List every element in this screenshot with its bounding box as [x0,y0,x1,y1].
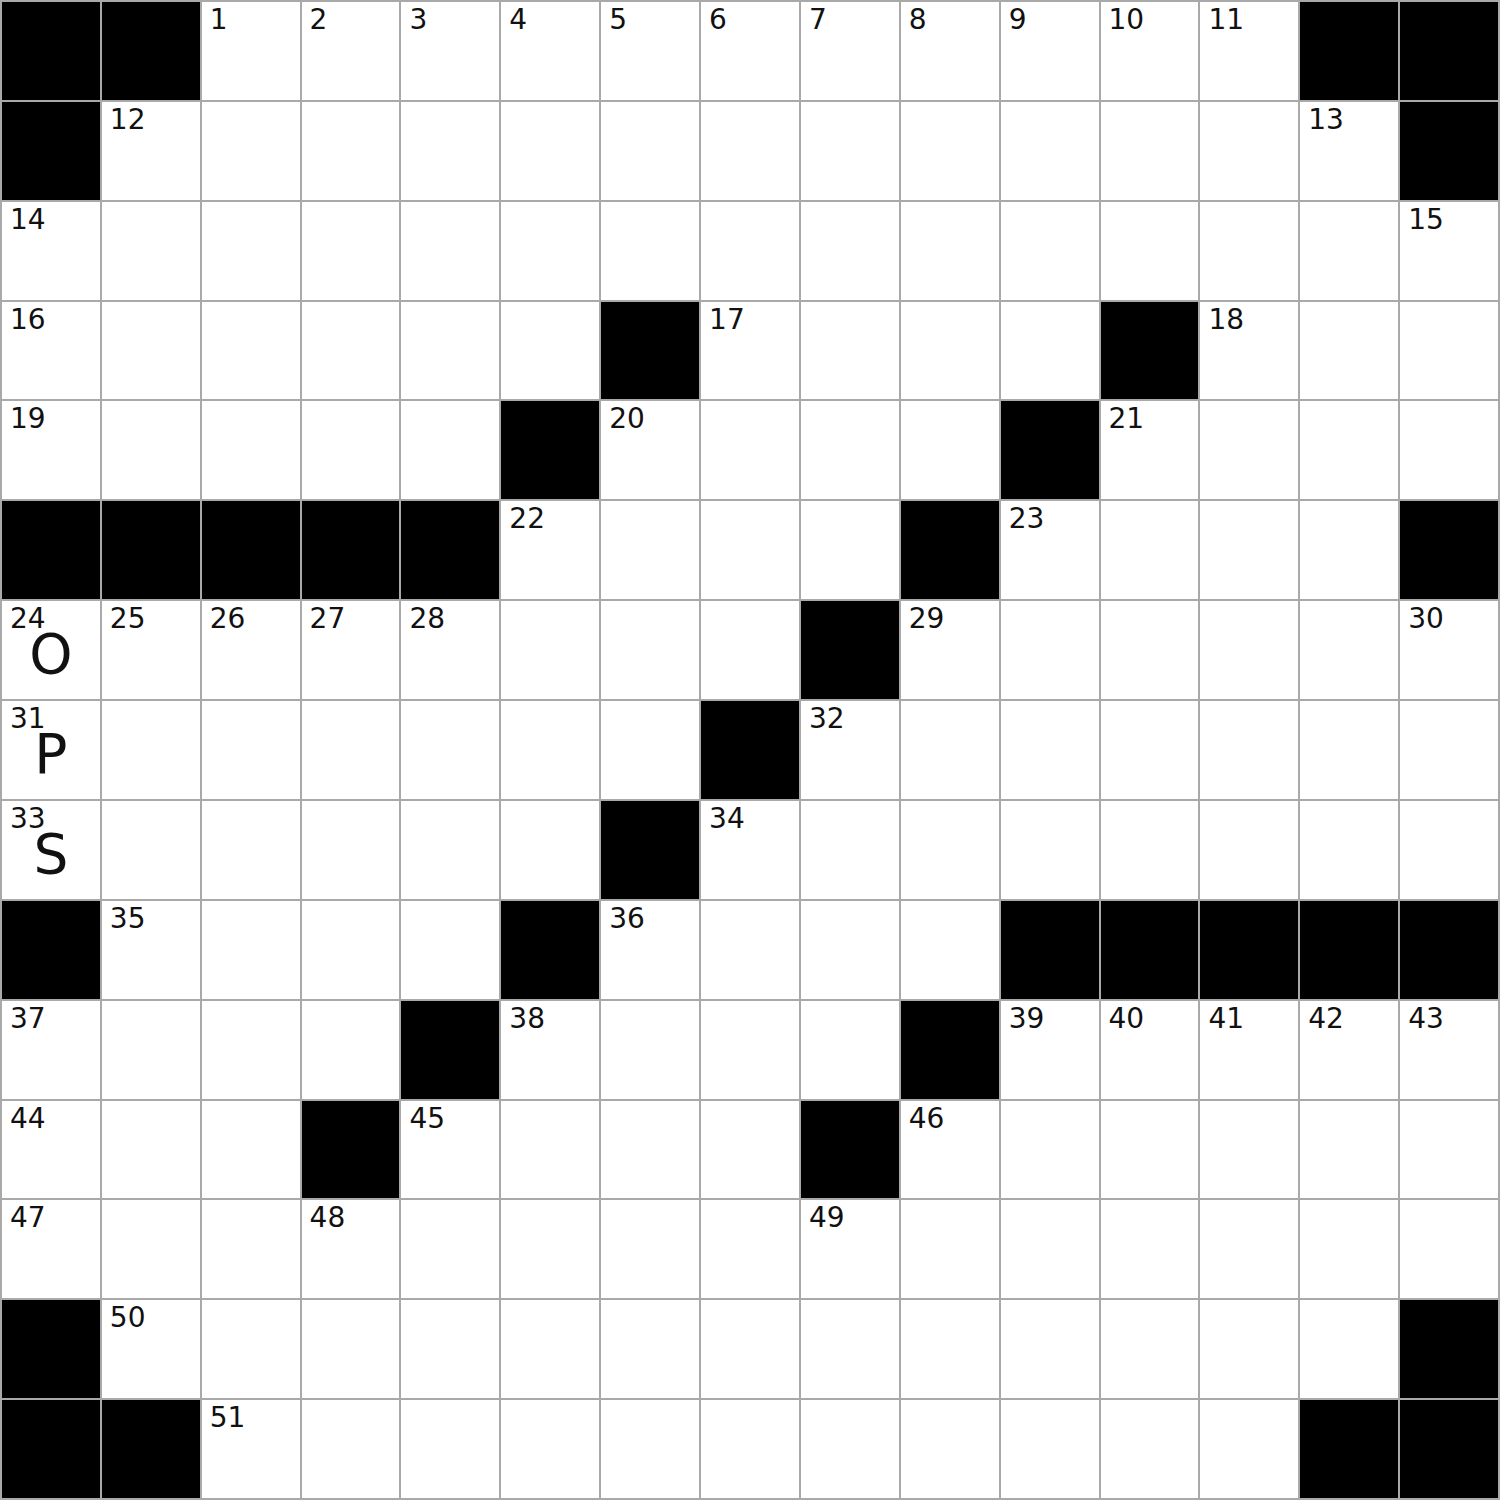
cell-r2c2[interactable] [202,202,300,300]
cell-r4c14[interactable] [1400,401,1498,499]
clue-number: 12 [110,105,146,136]
cell-r13c4[interactable] [401,1300,499,1398]
cell-r3c1[interactable] [102,302,200,400]
block-cell-r9c14 [1400,901,1498,999]
cell-r8c10[interactable] [1001,801,1099,899]
block-cell-r9c11 [1101,901,1199,999]
cell-r7c1[interactable] [102,701,200,799]
cell-r6c1[interactable]: 25 [102,601,200,699]
cell-r10c1[interactable] [102,1001,200,1099]
block-cell-r11c8 [801,1101,899,1199]
cell-r14c4[interactable] [401,1400,499,1498]
cell-r7c6[interactable] [601,701,699,799]
cell-r6c3[interactable]: 27 [302,601,400,699]
cell-r12c2[interactable] [202,1200,300,1298]
cell-r4c13[interactable] [1300,401,1398,499]
cell-r6c12[interactable] [1200,601,1298,699]
cell-r7c0[interactable]: 31P [2,701,100,799]
cell-r14c8[interactable] [801,1400,899,1498]
cell-r13c9[interactable] [901,1300,999,1398]
cell-r8c12[interactable] [1200,801,1298,899]
cell-r11c13[interactable] [1300,1101,1398,1199]
cell-r6c9[interactable]: 29 [901,601,999,699]
cell-r3c0[interactable]: 16 [2,302,100,400]
cell-r2c6[interactable] [601,202,699,300]
clue-number: 46 [909,1104,945,1135]
cell-r4c7[interactable] [701,401,799,499]
filled-letter: S [2,801,100,899]
cell-r8c3[interactable] [302,801,400,899]
block-cell-r5c0 [2,501,100,599]
cell-r12c11[interactable] [1101,1200,1199,1298]
cell-r10c13[interactable]: 42 [1300,1001,1398,1099]
clue-number: 30 [1408,604,1444,635]
cell-r12c13[interactable] [1300,1200,1398,1298]
clue-number: 1 [210,5,228,36]
block-cell-r11c3 [302,1101,400,1199]
cell-r2c0[interactable]: 14 [2,202,100,300]
cell-r1c10[interactable] [1001,102,1099,200]
cell-r6c0[interactable]: 24O [2,601,100,699]
cell-r6c4[interactable]: 28 [401,601,499,699]
clue-number: 29 [909,604,945,635]
cell-r2c3[interactable] [302,202,400,300]
cell-r8c0[interactable]: 33S [2,801,100,899]
block-cell-r1c14 [1400,102,1498,200]
block-cell-r7c7 [701,701,799,799]
block-cell-r8c6 [601,801,699,899]
cell-r13c12[interactable] [1200,1300,1298,1398]
cell-r12c7[interactable] [701,1200,799,1298]
block-cell-r10c9 [901,1001,999,1099]
clue-number: 9 [1009,5,1027,36]
cell-r0c8[interactable]: 7 [801,2,899,100]
crossword-grid-frame: 123456789101112131415161718192021222324O… [0,0,1500,1500]
cell-r2c1[interactable] [102,202,200,300]
cell-r5c8[interactable] [801,501,899,599]
cell-r10c8[interactable] [801,1001,899,1099]
cell-r12c14[interactable] [1400,1200,1498,1298]
cell-r13c7[interactable] [701,1300,799,1398]
cell-r11c9[interactable]: 46 [901,1101,999,1199]
cell-r4c3[interactable] [302,401,400,499]
cell-r14c2[interactable]: 51 [202,1400,300,1498]
clue-number: 6 [709,5,727,36]
clue-number: 41 [1208,1004,1244,1035]
cell-r8c4[interactable] [401,801,499,899]
cell-r10c12[interactable]: 41 [1200,1001,1298,1099]
cell-r6c2[interactable]: 26 [202,601,300,699]
clue-number: 27 [310,604,346,635]
cell-r1c12[interactable] [1200,102,1298,200]
filled-letter: P [2,701,100,799]
block-cell-r14c13 [1300,1400,1398,1498]
cell-r2c14[interactable]: 15 [1400,202,1498,300]
block-cell-r9c5 [501,901,599,999]
cell-r13c3[interactable] [302,1300,400,1398]
cell-r2c7[interactable] [701,202,799,300]
cell-r6c5[interactable] [501,601,599,699]
cell-r4c11[interactable]: 21 [1101,401,1199,499]
cell-r7c12[interactable] [1200,701,1298,799]
block-cell-r0c14 [1400,2,1498,100]
cell-r5c5[interactable]: 22 [501,501,599,599]
clue-number: 49 [809,1203,845,1234]
cell-r8c2[interactable] [202,801,300,899]
block-cell-r5c4 [401,501,499,599]
cell-r9c9[interactable] [901,901,999,999]
cell-r7c11[interactable] [1101,701,1199,799]
cell-r8c5[interactable] [501,801,599,899]
cell-r8c14[interactable] [1400,801,1498,899]
cell-r4c2[interactable] [202,401,300,499]
cell-r5c6[interactable] [601,501,699,599]
cell-r6c11[interactable] [1101,601,1199,699]
clue-number: 15 [1408,205,1444,236]
cell-r10c14[interactable]: 43 [1400,1001,1498,1099]
cell-r0c4[interactable]: 3 [401,2,499,100]
cell-r0c5[interactable]: 4 [501,2,599,100]
cell-r4c1[interactable] [102,401,200,499]
clue-number: 34 [709,804,745,835]
cell-r11c4[interactable]: 45 [401,1101,499,1199]
cell-r13c6[interactable] [601,1300,699,1398]
clue-number: 14 [10,205,46,236]
block-cell-r3c11 [1101,302,1199,400]
cell-r11c14[interactable] [1400,1101,1498,1199]
cell-r11c5[interactable] [501,1101,599,1199]
cell-r9c2[interactable] [202,901,300,999]
cell-r3c4[interactable] [401,302,499,400]
block-cell-r0c13 [1300,2,1398,100]
cell-r5c13[interactable] [1300,501,1398,599]
cell-r0c10[interactable]: 9 [1001,2,1099,100]
cell-r10c2[interactable] [202,1001,300,1099]
cell-r13c10[interactable] [1001,1300,1099,1398]
cell-r10c0[interactable]: 37 [2,1001,100,1099]
cell-r11c6[interactable] [601,1101,699,1199]
cell-r14c9[interactable] [901,1400,999,1498]
cell-r3c13[interactable] [1300,302,1398,400]
crossword-board: 123456789101112131415161718192021222324O… [2,2,1498,1498]
cell-r3c2[interactable] [202,302,300,400]
clue-number: 26 [210,604,246,635]
cell-r2c11[interactable] [1101,202,1199,300]
block-cell-r9c0 [2,901,100,999]
clue-number: 21 [1109,404,1145,435]
cell-r1c9[interactable] [901,102,999,200]
cell-r11c7[interactable] [701,1101,799,1199]
cell-r0c12[interactable]: 11 [1200,2,1298,100]
cell-r5c12[interactable] [1200,501,1298,599]
cell-r7c3[interactable] [302,701,400,799]
block-cell-r14c1 [102,1400,200,1498]
cell-r0c6[interactable]: 5 [601,2,699,100]
clue-number: 13 [1308,105,1344,136]
block-cell-r5c9 [901,501,999,599]
cell-r0c7[interactable]: 6 [701,2,799,100]
cell-r6c6[interactable] [601,601,699,699]
cell-r0c11[interactable]: 10 [1101,2,1199,100]
block-cell-r10c4 [401,1001,499,1099]
cell-r4c6[interactable]: 20 [601,401,699,499]
cell-r8c11[interactable] [1101,801,1199,899]
cell-r6c10[interactable] [1001,601,1099,699]
cell-r2c5[interactable] [501,202,599,300]
cell-r11c0[interactable]: 44 [2,1101,100,1199]
block-cell-r5c3 [302,501,400,599]
cell-r11c2[interactable] [202,1101,300,1199]
cell-r6c13[interactable] [1300,601,1398,699]
cell-r1c7[interactable] [701,102,799,200]
cell-r14c3[interactable] [302,1400,400,1498]
cell-r0c9[interactable]: 8 [901,2,999,100]
cell-r11c10[interactable] [1001,1101,1099,1199]
cell-r12c3[interactable]: 48 [302,1200,400,1298]
cell-r10c7[interactable] [701,1001,799,1099]
cell-r1c3[interactable] [302,102,400,200]
cell-r1c5[interactable] [501,102,599,200]
cell-r4c4[interactable] [401,401,499,499]
cell-r8c13[interactable] [1300,801,1398,899]
cell-r11c11[interactable] [1101,1101,1199,1199]
clue-number: 19 [10,404,46,435]
cell-r12c9[interactable] [901,1200,999,1298]
cell-r1c1[interactable]: 12 [102,102,200,200]
clue-number: 51 [210,1403,246,1434]
cell-r12c8[interactable]: 49 [801,1200,899,1298]
clue-number: 25 [110,604,146,635]
cell-r7c10[interactable] [1001,701,1099,799]
cell-r2c12[interactable] [1200,202,1298,300]
cell-r9c3[interactable] [302,901,400,999]
cell-r12c4[interactable] [401,1200,499,1298]
cell-r3c12[interactable]: 18 [1200,302,1298,400]
clue-number: 5 [609,5,627,36]
clue-number: 42 [1308,1004,1344,1035]
cell-r13c2[interactable] [202,1300,300,1398]
filled-letter: O [2,601,100,699]
cell-r7c4[interactable] [401,701,499,799]
cell-r13c8[interactable] [801,1300,899,1398]
clue-number: 22 [509,504,545,535]
cell-r14c7[interactable] [701,1400,799,1498]
clue-number: 17 [709,305,745,336]
clue-number: 35 [110,904,146,935]
cell-r3c10[interactable] [1001,302,1099,400]
cell-r9c1[interactable]: 35 [102,901,200,999]
cell-r2c13[interactable] [1300,202,1398,300]
block-cell-r0c0 [2,2,100,100]
cell-r8c9[interactable] [901,801,999,899]
block-cell-r3c6 [601,302,699,400]
cell-r2c10[interactable] [1001,202,1099,300]
clue-number: 44 [10,1104,46,1135]
clue-number: 43 [1408,1004,1444,1035]
cell-r5c7[interactable] [701,501,799,599]
cell-r10c10[interactable]: 39 [1001,1001,1099,1099]
block-cell-r0c1 [102,2,200,100]
cell-r4c8[interactable] [801,401,899,499]
block-cell-r9c13 [1300,901,1398,999]
cell-r10c6[interactable] [601,1001,699,1099]
cell-r12c0[interactable]: 47 [2,1200,100,1298]
cell-r1c8[interactable] [801,102,899,200]
cell-r7c9[interactable] [901,701,999,799]
clue-number: 4 [509,5,527,36]
block-cell-r5c1 [102,501,200,599]
cell-r14c6[interactable] [601,1400,699,1498]
cell-r13c13[interactable] [1300,1300,1398,1398]
block-cell-r4c10 [1001,401,1099,499]
cell-r12c10[interactable] [1001,1200,1099,1298]
cell-r9c6[interactable]: 36 [601,901,699,999]
cell-r6c7[interactable] [701,601,799,699]
block-cell-r9c12 [1200,901,1298,999]
cell-r7c8[interactable]: 32 [801,701,899,799]
cell-r5c10[interactable]: 23 [1001,501,1099,599]
clue-number: 8 [909,5,927,36]
cell-r1c13[interactable]: 13 [1300,102,1398,200]
cell-r2c4[interactable] [401,202,499,300]
clue-number: 48 [310,1203,346,1234]
clue-number: 16 [10,305,46,336]
cell-r1c11[interactable] [1101,102,1199,200]
cell-r9c7[interactable] [701,901,799,999]
cell-r14c11[interactable] [1101,1400,1199,1498]
cell-r2c8[interactable] [801,202,899,300]
cell-r3c8[interactable] [801,302,899,400]
cell-r13c1[interactable]: 50 [102,1300,200,1398]
cell-r3c3[interactable] [302,302,400,400]
cell-r10c11[interactable]: 40 [1101,1001,1199,1099]
cell-r9c8[interactable] [801,901,899,999]
block-cell-r14c14 [1400,1400,1498,1498]
cell-r11c12[interactable] [1200,1101,1298,1199]
clue-number: 10 [1109,5,1145,36]
cell-r10c5[interactable]: 38 [501,1001,599,1099]
clue-number: 50 [110,1303,146,1334]
clue-number: 45 [409,1104,445,1135]
block-cell-r9c10 [1001,901,1099,999]
clue-number: 11 [1208,5,1244,36]
block-cell-r4c5 [501,401,599,499]
clue-number: 28 [409,604,445,635]
cell-r12c5[interactable] [501,1200,599,1298]
cell-r9c4[interactable] [401,901,499,999]
cell-r1c4[interactable] [401,102,499,200]
cell-r3c14[interactable] [1400,302,1498,400]
cell-r4c12[interactable] [1200,401,1298,499]
cell-r14c12[interactable] [1200,1400,1298,1498]
cell-r8c7[interactable]: 34 [701,801,799,899]
cell-r7c13[interactable] [1300,701,1398,799]
cell-r3c7[interactable]: 17 [701,302,799,400]
clue-number: 3 [409,5,427,36]
block-cell-r5c14 [1400,501,1498,599]
clue-number: 32 [809,704,845,735]
block-cell-r13c14 [1400,1300,1498,1398]
cell-r13c11[interactable] [1101,1300,1199,1398]
cell-r6c14[interactable]: 30 [1400,601,1498,699]
cell-r7c2[interactable] [202,701,300,799]
cell-r5c11[interactable] [1101,501,1199,599]
clue-number: 37 [10,1004,46,1035]
clue-number: 38 [509,1004,545,1035]
cell-r2c9[interactable] [901,202,999,300]
cell-r3c9[interactable] [901,302,999,400]
cell-r7c5[interactable] [501,701,599,799]
clue-number: 40 [1109,1004,1145,1035]
cell-r12c1[interactable] [102,1200,200,1298]
block-cell-r1c0 [2,102,100,200]
cell-r7c14[interactable] [1400,701,1498,799]
cell-r11c1[interactable] [102,1101,200,1199]
clue-number: 20 [609,404,645,435]
block-cell-r14c0 [2,1400,100,1498]
cell-r4c9[interactable] [901,401,999,499]
block-cell-r13c0 [2,1300,100,1398]
clue-number: 47 [10,1203,46,1234]
cell-r1c6[interactable] [601,102,699,200]
clue-number: 39 [1009,1004,1045,1035]
cell-r14c10[interactable] [1001,1400,1099,1498]
cell-r12c6[interactable] [601,1200,699,1298]
cell-r0c2[interactable]: 1 [202,2,300,100]
cell-r10c3[interactable] [302,1001,400,1099]
clue-number: 2 [310,5,328,36]
clue-number: 7 [809,5,827,36]
cell-r0c3[interactable]: 2 [302,2,400,100]
cell-r13c5[interactable] [501,1300,599,1398]
cell-r4c0[interactable]: 19 [2,401,100,499]
cell-r8c1[interactable] [102,801,200,899]
clue-number: 36 [609,904,645,935]
cell-r12c12[interactable] [1200,1200,1298,1298]
clue-number: 23 [1009,504,1045,535]
block-cell-r5c2 [202,501,300,599]
cell-r14c5[interactable] [501,1400,599,1498]
cell-r8c8[interactable] [801,801,899,899]
cell-r1c2[interactable] [202,102,300,200]
block-cell-r6c8 [801,601,899,699]
clue-number: 18 [1208,305,1244,336]
cell-r3c5[interactable] [501,302,599,400]
